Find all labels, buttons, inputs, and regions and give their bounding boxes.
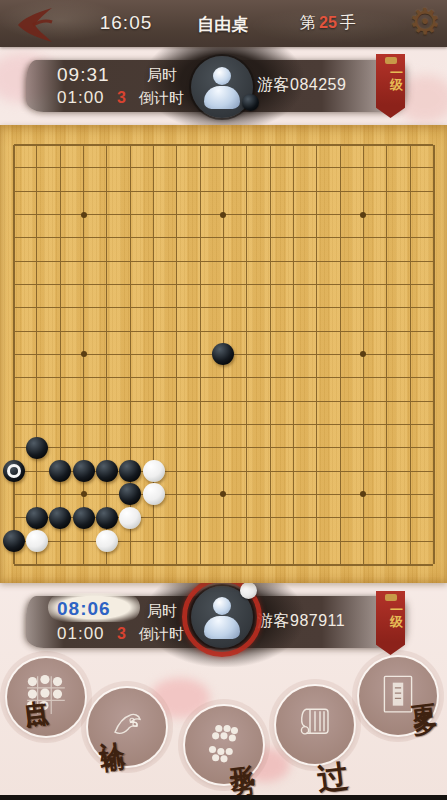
board-intersection[interactable] (258, 273, 281, 296)
board-intersection[interactable] (258, 553, 281, 576)
board-intersection[interactable] (2, 296, 25, 319)
board-intersection[interactable] (258, 389, 281, 412)
board-intersection[interactable] (95, 436, 118, 459)
board-intersection[interactable] (72, 296, 95, 319)
board-intersection[interactable] (72, 226, 95, 249)
board-intersection[interactable] (352, 156, 375, 179)
board-intersection[interactable] (235, 553, 258, 576)
board-intersection[interactable] (2, 250, 25, 273)
board-intersection[interactable] (375, 483, 398, 506)
board-intersection[interactable] (2, 483, 25, 506)
board-intersection[interactable] (49, 529, 72, 552)
board-intersection[interactable] (2, 156, 25, 179)
board-intersection[interactable] (165, 180, 188, 203)
board-intersection[interactable] (235, 389, 258, 412)
board-intersection[interactable] (165, 250, 188, 273)
more-button[interactable]: 更多 (359, 657, 437, 735)
board-intersection[interactable] (328, 529, 351, 552)
board-intersection[interactable] (2, 366, 25, 389)
board-intersection[interactable] (95, 553, 118, 576)
board-intersection[interactable] (119, 296, 142, 319)
board-intersection[interactable] (328, 133, 351, 156)
board-intersection[interactable] (142, 320, 165, 343)
board-intersection[interactable] (235, 180, 258, 203)
board-intersection[interactable] (282, 413, 305, 436)
board-intersection[interactable] (165, 483, 188, 506)
board-intersection[interactable] (282, 296, 305, 319)
board-intersection[interactable] (422, 506, 445, 529)
board-intersection[interactable] (95, 180, 118, 203)
bottom-player-avatar[interactable] (191, 586, 253, 648)
board-intersection[interactable] (375, 156, 398, 179)
board-intersection[interactable] (235, 413, 258, 436)
board-intersection[interactable] (328, 436, 351, 459)
board-intersection[interactable] (2, 413, 25, 436)
top-player-avatar[interactable] (191, 56, 253, 118)
board-intersection[interactable] (328, 366, 351, 389)
board-intersection[interactable] (189, 273, 212, 296)
board-intersection[interactable] (398, 203, 421, 226)
board-intersection[interactable] (398, 133, 421, 156)
board-intersection[interactable] (328, 483, 351, 506)
board-intersection[interactable] (165, 366, 188, 389)
board-intersection[interactable] (305, 413, 328, 436)
board-intersection[interactable] (189, 343, 212, 366)
board-intersection[interactable] (25, 506, 48, 529)
board-intersection[interactable] (352, 320, 375, 343)
pass-button[interactable]: 过 (276, 686, 354, 764)
board-intersection[interactable] (49, 343, 72, 366)
board-intersection[interactable] (352, 366, 375, 389)
board-intersection[interactable] (282, 529, 305, 552)
board-intersection[interactable] (119, 436, 142, 459)
board-intersection[interactable] (49, 389, 72, 412)
board-intersection[interactable] (142, 133, 165, 156)
board-intersection[interactable] (142, 389, 165, 412)
board-intersection[interactable] (352, 436, 375, 459)
board-intersection[interactable] (328, 553, 351, 576)
board-intersection[interactable] (305, 133, 328, 156)
board-intersection[interactable] (119, 343, 142, 366)
board-intersection[interactable] (142, 343, 165, 366)
board-intersection[interactable] (282, 506, 305, 529)
board-intersection[interactable] (305, 203, 328, 226)
board-intersection[interactable] (398, 320, 421, 343)
board-intersection[interactable] (72, 413, 95, 436)
board-intersection[interactable] (72, 436, 95, 459)
board-intersection[interactable] (95, 226, 118, 249)
board-intersection[interactable] (49, 180, 72, 203)
resign-button[interactable]: 认输 (88, 688, 166, 766)
board-intersection[interactable] (305, 366, 328, 389)
board-intersection[interactable] (282, 133, 305, 156)
board-intersection[interactable] (328, 296, 351, 319)
board-intersection[interactable] (72, 320, 95, 343)
board-intersection[interactable] (49, 320, 72, 343)
board-intersection[interactable] (49, 413, 72, 436)
board-intersection[interactable] (258, 156, 281, 179)
board-intersection[interactable] (49, 226, 72, 249)
board-intersection[interactable] (352, 529, 375, 552)
territory-button[interactable]: 形势 (185, 706, 263, 784)
board-intersection[interactable] (398, 156, 421, 179)
board-intersection[interactable] (72, 389, 95, 412)
board-intersection[interactable] (258, 180, 281, 203)
board-intersection[interactable] (165, 459, 188, 482)
board-intersection[interactable] (142, 250, 165, 273)
board-intersection[interactable] (258, 366, 281, 389)
board-intersection[interactable] (352, 553, 375, 576)
board-intersection[interactable] (305, 459, 328, 482)
board-intersection[interactable] (328, 389, 351, 412)
board-intersection[interactable] (95, 250, 118, 273)
board-intersection[interactable] (398, 296, 421, 319)
board-intersection[interactable] (25, 459, 48, 482)
board-intersection[interactable] (328, 226, 351, 249)
board-intersection[interactable] (142, 459, 165, 482)
board-intersection[interactable] (305, 436, 328, 459)
board-intersection[interactable] (258, 203, 281, 226)
board-intersection[interactable] (119, 273, 142, 296)
board-intersection[interactable] (258, 413, 281, 436)
board-intersection[interactable] (375, 436, 398, 459)
board-intersection[interactable] (422, 553, 445, 576)
board-intersection[interactable] (72, 553, 95, 576)
board-intersection[interactable] (352, 483, 375, 506)
board-intersection[interactable] (282, 389, 305, 412)
board-intersection[interactable] (235, 343, 258, 366)
board-intersection[interactable] (235, 459, 258, 482)
board-intersection[interactable] (2, 506, 25, 529)
board-intersection[interactable] (235, 156, 258, 179)
count-points-button[interactable]: 点目 (7, 658, 85, 736)
board-intersection[interactable] (119, 250, 142, 273)
board-intersection[interactable] (49, 483, 72, 506)
board-intersection[interactable] (375, 389, 398, 412)
board-intersection[interactable] (352, 296, 375, 319)
board-intersection[interactable] (119, 133, 142, 156)
board-intersection[interactable] (189, 483, 212, 506)
board-intersection[interactable] (398, 413, 421, 436)
board-intersection[interactable] (95, 506, 118, 529)
board-intersection[interactable] (328, 180, 351, 203)
board-intersection[interactable] (119, 553, 142, 576)
board-intersection[interactable] (2, 226, 25, 249)
gear-icon[interactable]: ⚙ (409, 1, 441, 43)
go-board[interactable] (0, 125, 447, 583)
board-intersection[interactable] (422, 459, 445, 482)
board-intersection[interactable] (375, 273, 398, 296)
board-intersection[interactable] (212, 203, 235, 226)
board-intersection[interactable] (212, 366, 235, 389)
board-intersection[interactable] (25, 133, 48, 156)
board-intersection[interactable] (189, 203, 212, 226)
board-intersection[interactable] (142, 483, 165, 506)
board-intersection[interactable] (25, 203, 48, 226)
board-intersection[interactable] (212, 506, 235, 529)
board-intersection[interactable] (72, 180, 95, 203)
board-intersection[interactable] (212, 156, 235, 179)
board-intersection[interactable] (25, 366, 48, 389)
board-intersection[interactable] (212, 180, 235, 203)
board-intersection[interactable] (72, 203, 95, 226)
board-intersection[interactable] (49, 250, 72, 273)
board-intersection[interactable] (189, 180, 212, 203)
board-intersection[interactable] (2, 553, 25, 576)
board-intersection[interactable] (422, 343, 445, 366)
board-intersection[interactable] (422, 320, 445, 343)
board-intersection[interactable] (72, 343, 95, 366)
board-intersection[interactable] (142, 273, 165, 296)
board-intersection[interactable] (258, 506, 281, 529)
board-intersection[interactable] (189, 436, 212, 459)
board-intersection[interactable] (258, 133, 281, 156)
board-intersection[interactable] (25, 483, 48, 506)
board-intersection[interactable] (258, 529, 281, 552)
board-intersection[interactable] (422, 483, 445, 506)
board-intersection[interactable] (352, 226, 375, 249)
board-intersection[interactable] (305, 389, 328, 412)
board-intersection[interactable] (282, 553, 305, 576)
board-intersection[interactable] (165, 226, 188, 249)
board-intersection[interactable] (212, 343, 235, 366)
board-intersection[interactable] (165, 320, 188, 343)
board-intersection[interactable] (398, 273, 421, 296)
board-intersection[interactable] (119, 366, 142, 389)
board-intersection[interactable] (165, 389, 188, 412)
board-intersection[interactable] (189, 506, 212, 529)
board-intersection[interactable] (165, 553, 188, 576)
board-intersection[interactable] (142, 553, 165, 576)
board-intersection[interactable] (119, 156, 142, 179)
board-intersection[interactable] (165, 413, 188, 436)
board-intersection[interactable] (142, 180, 165, 203)
board-intersection[interactable] (258, 459, 281, 482)
board-intersection[interactable] (375, 226, 398, 249)
board-intersection[interactable] (189, 296, 212, 319)
board-intersection[interactable] (49, 156, 72, 179)
board-intersection[interactable] (258, 483, 281, 506)
board-intersection[interactable] (25, 529, 48, 552)
board-intersection[interactable] (328, 156, 351, 179)
board-intersection[interactable] (2, 133, 25, 156)
board-intersection[interactable] (25, 250, 48, 273)
board-intersection[interactable] (422, 389, 445, 412)
board-intersection[interactable] (95, 320, 118, 343)
board-intersection[interactable] (119, 483, 142, 506)
board-intersection[interactable] (422, 413, 445, 436)
board-intersection[interactable] (258, 296, 281, 319)
board-intersection[interactable] (165, 156, 188, 179)
board-intersection[interactable] (235, 273, 258, 296)
board-intersection[interactable] (25, 273, 48, 296)
board-intersection[interactable] (212, 459, 235, 482)
board-intersection[interactable] (119, 529, 142, 552)
board-intersection[interactable] (95, 529, 118, 552)
board-intersection[interactable] (119, 320, 142, 343)
board-intersection[interactable] (212, 320, 235, 343)
board-intersection[interactable] (398, 506, 421, 529)
board-intersection[interactable] (282, 180, 305, 203)
board-intersection[interactable] (305, 156, 328, 179)
board-intersection[interactable] (375, 366, 398, 389)
board-intersection[interactable] (142, 529, 165, 552)
board-intersection[interactable] (422, 250, 445, 273)
board-intersection[interactable] (212, 413, 235, 436)
board-intersection[interactable] (258, 226, 281, 249)
board-intersection[interactable] (49, 273, 72, 296)
board-intersection[interactable] (119, 459, 142, 482)
board-intersection[interactable] (422, 180, 445, 203)
board-intersection[interactable] (49, 296, 72, 319)
board-intersection[interactable] (25, 553, 48, 576)
board-intersection[interactable] (165, 273, 188, 296)
board-intersection[interactable] (189, 320, 212, 343)
board-intersection[interactable] (212, 483, 235, 506)
board-intersection[interactable] (142, 203, 165, 226)
board-intersection[interactable] (305, 226, 328, 249)
board-intersection[interactable] (328, 320, 351, 343)
board-intersection[interactable] (352, 273, 375, 296)
board-intersection[interactable] (95, 273, 118, 296)
board-intersection[interactable] (328, 459, 351, 482)
board-intersection[interactable] (305, 250, 328, 273)
board-intersection[interactable] (49, 366, 72, 389)
board-intersection[interactable] (189, 553, 212, 576)
board-intersection[interactable] (72, 250, 95, 273)
board-intersection[interactable] (72, 529, 95, 552)
board-intersection[interactable] (212, 529, 235, 552)
board-intersection[interactable] (282, 226, 305, 249)
board-intersection[interactable] (282, 203, 305, 226)
board-intersection[interactable] (95, 483, 118, 506)
board-intersection[interactable] (422, 156, 445, 179)
board-intersection[interactable] (398, 436, 421, 459)
board-intersection[interactable] (305, 483, 328, 506)
board-intersection[interactable] (49, 133, 72, 156)
board-intersection[interactable] (212, 553, 235, 576)
board-intersection[interactable] (165, 296, 188, 319)
board-intersection[interactable] (25, 436, 48, 459)
board-intersection[interactable] (212, 133, 235, 156)
board-intersection[interactable] (49, 506, 72, 529)
board-intersection[interactable] (189, 133, 212, 156)
board-intersection[interactable] (95, 413, 118, 436)
board-intersection[interactable] (25, 296, 48, 319)
board-intersection[interactable] (305, 273, 328, 296)
board-intersection[interactable] (2, 273, 25, 296)
board-intersection[interactable] (328, 413, 351, 436)
board-intersection[interactable] (235, 250, 258, 273)
board-intersection[interactable] (165, 506, 188, 529)
board-intersection[interactable] (235, 529, 258, 552)
board-intersection[interactable] (235, 436, 258, 459)
board-intersection[interactable] (422, 436, 445, 459)
board-intersection[interactable] (422, 296, 445, 319)
board-intersection[interactable] (25, 320, 48, 343)
board-intersection[interactable] (422, 203, 445, 226)
board-intersection[interactable] (189, 413, 212, 436)
board-intersection[interactable] (375, 459, 398, 482)
board-intersection[interactable] (352, 506, 375, 529)
board-intersection[interactable] (72, 483, 95, 506)
board-intersection[interactable] (375, 250, 398, 273)
board-intersection[interactable] (398, 459, 421, 482)
board-intersection[interactable] (375, 553, 398, 576)
board-intersection[interactable] (328, 273, 351, 296)
board-intersection[interactable] (142, 413, 165, 436)
board-intersection[interactable] (142, 436, 165, 459)
board-intersection[interactable] (119, 180, 142, 203)
board-intersection[interactable] (212, 273, 235, 296)
board-intersection[interactable] (375, 133, 398, 156)
board-intersection[interactable] (398, 529, 421, 552)
board-intersection[interactable] (398, 366, 421, 389)
board-intersection[interactable] (352, 180, 375, 203)
board-intersection[interactable] (119, 203, 142, 226)
board-intersection[interactable] (212, 296, 235, 319)
board-intersection[interactable] (398, 180, 421, 203)
back-button[interactable] (12, 4, 58, 44)
board-intersection[interactable] (72, 366, 95, 389)
board-intersection[interactable] (305, 180, 328, 203)
board-intersection[interactable] (305, 343, 328, 366)
board-intersection[interactable] (49, 459, 72, 482)
board-intersection[interactable] (165, 436, 188, 459)
board-intersection[interactable] (25, 413, 48, 436)
board-intersection[interactable] (352, 413, 375, 436)
board-intersection[interactable] (375, 413, 398, 436)
board-intersection[interactable] (235, 320, 258, 343)
board-intersection[interactable] (142, 366, 165, 389)
board-intersection[interactable] (25, 156, 48, 179)
board-intersection[interactable] (25, 180, 48, 203)
board-intersection[interactable] (2, 389, 25, 412)
board-intersection[interactable] (375, 529, 398, 552)
board-intersection[interactable] (282, 459, 305, 482)
board-intersection[interactable] (95, 459, 118, 482)
board-intersection[interactable] (375, 506, 398, 529)
board-intersection[interactable] (119, 389, 142, 412)
board-intersection[interactable] (398, 226, 421, 249)
board-intersection[interactable] (352, 250, 375, 273)
board-intersection[interactable] (119, 226, 142, 249)
board-intersection[interactable] (235, 133, 258, 156)
board-intersection[interactable] (165, 203, 188, 226)
board-intersection[interactable] (2, 529, 25, 552)
board-intersection[interactable] (49, 553, 72, 576)
board-intersection[interactable] (95, 389, 118, 412)
board-intersection[interactable] (72, 156, 95, 179)
board-intersection[interactable] (352, 343, 375, 366)
board-intersection[interactable] (282, 320, 305, 343)
board-intersection[interactable] (2, 180, 25, 203)
board-intersection[interactable] (375, 180, 398, 203)
board-intersection[interactable] (72, 506, 95, 529)
board-intersection[interactable] (165, 529, 188, 552)
board-intersection[interactable] (282, 273, 305, 296)
board-intersection[interactable] (142, 506, 165, 529)
board-intersection[interactable] (305, 320, 328, 343)
board-intersection[interactable] (2, 459, 25, 482)
board-intersection[interactable] (95, 366, 118, 389)
board-intersection[interactable] (352, 459, 375, 482)
board-intersection[interactable] (165, 343, 188, 366)
board-intersection[interactable] (212, 389, 235, 412)
board-intersection[interactable] (235, 226, 258, 249)
board-intersection[interactable] (422, 226, 445, 249)
board-intersection[interactable] (189, 250, 212, 273)
